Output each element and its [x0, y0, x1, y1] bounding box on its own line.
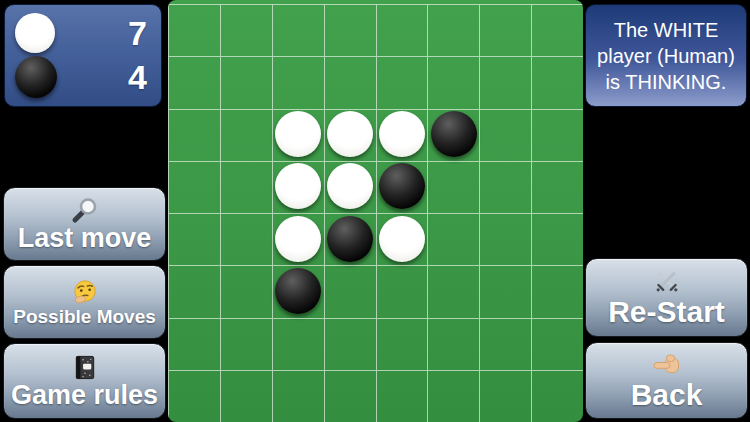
board-cell-c1[interactable] [272, 4, 324, 56]
board-cell-c5[interactable] [272, 213, 324, 265]
board-cell-d6[interactable] [324, 265, 376, 317]
status-panel: The WHITE player (Human) is THINKING. [585, 4, 747, 107]
board-cell-e1[interactable] [376, 4, 428, 56]
board-cell-g6[interactable] [479, 265, 531, 317]
board-cell-g2[interactable] [479, 56, 531, 108]
board-cell-a5[interactable] [168, 213, 220, 265]
back-label: Back [631, 380, 703, 410]
white-disc [379, 111, 425, 157]
board-cell-g7[interactable] [479, 318, 531, 370]
board-cell-d2[interactable] [324, 56, 376, 108]
board-cell-d8[interactable] [324, 370, 376, 422]
black-disc [327, 216, 373, 262]
board-cell-g3[interactable] [479, 109, 531, 161]
board-cell-b4[interactable] [220, 161, 272, 213]
board-cell-c7[interactable] [272, 318, 324, 370]
board-cell-f7[interactable] [427, 318, 479, 370]
score-panel: 7 4 [4, 4, 162, 107]
board-cell-h7[interactable] [531, 318, 583, 370]
board-cell-c2[interactable] [272, 56, 324, 108]
board-cell-h6[interactable] [531, 265, 583, 317]
last-move-button[interactable]: Last move [3, 187, 166, 261]
board-cell-b3[interactable] [220, 109, 272, 161]
board-cell-h5[interactable] [531, 213, 583, 265]
notebook-icon [73, 353, 97, 381]
board-cell-a7[interactable] [168, 318, 220, 370]
game-rules-label: Game rules [11, 382, 158, 409]
possible-moves-label: Possible Moves [13, 307, 156, 326]
board-cell-d4[interactable] [324, 161, 376, 213]
board-cell-e3[interactable] [376, 109, 428, 161]
board-cell-g5[interactable] [479, 213, 531, 265]
white-score-row: 7 [15, 13, 151, 53]
status-line-3: is THINKING. [606, 69, 727, 95]
white-disc [327, 163, 373, 209]
board-cell-e6[interactable] [376, 265, 428, 317]
black-disc [275, 268, 321, 314]
board-cell-f6[interactable] [427, 265, 479, 317]
board-cell-f4[interactable] [427, 161, 479, 213]
board-cell-b6[interactable] [220, 265, 272, 317]
board-cell-e8[interactable] [376, 370, 428, 422]
board-cell-h3[interactable] [531, 109, 583, 161]
white-disc-icon [15, 13, 55, 53]
white-score: 7 [128, 16, 151, 50]
board-cell-c3[interactable] [272, 109, 324, 161]
board-cell-f2[interactable] [427, 56, 479, 108]
black-score: 4 [128, 60, 151, 94]
restart-label: Re-Start [608, 297, 725, 327]
status-line-1: The WHITE [614, 17, 718, 43]
back-button[interactable]: Back [585, 342, 748, 419]
board-cell-b7[interactable] [220, 318, 272, 370]
board-cell-d7[interactable] [324, 318, 376, 370]
white-disc [275, 216, 321, 262]
restart-button[interactable]: Re-Start [585, 258, 748, 337]
board-cell-d1[interactable] [324, 4, 376, 56]
board-cell-h8[interactable] [531, 370, 583, 422]
thinking-face-icon [72, 278, 98, 306]
board-cell-a3[interactable] [168, 109, 220, 161]
board-cell-g1[interactable] [479, 4, 531, 56]
board-cell-c4[interactable] [272, 161, 324, 213]
board-grid [168, 4, 583, 422]
black-score-row: 4 [15, 56, 151, 98]
white-disc [379, 216, 425, 262]
board-cell-b8[interactable] [220, 370, 272, 422]
board-cell-e5[interactable] [376, 213, 428, 265]
crossed-swords-icon [653, 268, 681, 296]
reversi-board [168, 0, 583, 422]
status-line-2: player (Human) [597, 43, 735, 69]
board-cell-h1[interactable] [531, 4, 583, 56]
white-disc [275, 163, 321, 209]
black-disc [379, 163, 425, 209]
board-cell-b2[interactable] [220, 56, 272, 108]
board-cell-d3[interactable] [324, 109, 376, 161]
board-cell-a6[interactable] [168, 265, 220, 317]
board-cell-e4[interactable] [376, 161, 428, 213]
board-cell-g4[interactable] [479, 161, 531, 213]
game-rules-button[interactable]: Game rules [3, 343, 166, 419]
board-cell-a2[interactable] [168, 56, 220, 108]
board-cell-b5[interactable] [220, 213, 272, 265]
reversi-app: 7 4 Last move Poss [0, 0, 750, 422]
white-disc [275, 111, 321, 157]
board-cell-c8[interactable] [272, 370, 324, 422]
white-disc [327, 111, 373, 157]
board-cell-h4[interactable] [531, 161, 583, 213]
possible-moves-button[interactable]: Possible Moves [3, 265, 166, 339]
board-cell-c6[interactable] [272, 265, 324, 317]
board-cell-g8[interactable] [479, 370, 531, 422]
board-cell-a4[interactable] [168, 161, 220, 213]
board-cell-d5[interactable] [324, 213, 376, 265]
last-move-label: Last move [18, 225, 152, 252]
board-cell-e7[interactable] [376, 318, 428, 370]
board-cell-h2[interactable] [531, 56, 583, 108]
magnifier-icon [71, 196, 99, 224]
board-cell-a8[interactable] [168, 370, 220, 422]
board-cell-f1[interactable] [427, 4, 479, 56]
board-cell-f3[interactable] [427, 109, 479, 161]
board-cell-b1[interactable] [220, 4, 272, 56]
pointing-hand-left-icon [652, 351, 682, 379]
board-cell-e2[interactable] [376, 56, 428, 108]
board-cell-a1[interactable] [168, 4, 220, 56]
black-disc [431, 111, 477, 157]
board-cell-f5[interactable] [427, 213, 479, 265]
black-disc-icon [15, 56, 57, 98]
board-cell-f8[interactable] [427, 370, 479, 422]
